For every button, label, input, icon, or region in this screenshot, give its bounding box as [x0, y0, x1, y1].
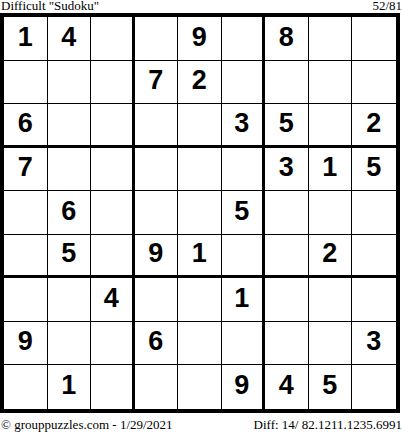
cell-r2c9-empty[interactable] — [352, 61, 396, 105]
cell-r5c8-empty[interactable] — [309, 191, 353, 235]
cell-r6c1-empty[interactable] — [4, 235, 48, 279]
cell-r6c9-empty[interactable] — [352, 235, 396, 279]
cell-r5c1-empty[interactable] — [4, 191, 48, 235]
cell-r6c4-given[interactable]: 9 — [135, 235, 179, 279]
cell-r1c1-given[interactable]: 1 — [4, 17, 48, 61]
cell-r9c4-empty[interactable] — [135, 365, 179, 409]
cell-r3c6-given[interactable]: 3 — [222, 104, 266, 148]
cell-r2c4-given[interactable]: 7 — [135, 61, 179, 105]
cell-r9c6-given[interactable]: 9 — [222, 365, 266, 409]
cell-r8c6-empty[interactable] — [222, 322, 266, 366]
cell-r8c9-given[interactable]: 3 — [352, 322, 396, 366]
cell-r6c6-empty[interactable] — [222, 235, 266, 279]
cell-r3c1-given[interactable]: 6 — [4, 104, 48, 148]
copyright-text: © grouppuzzles.com - 1/29/2021 — [1, 418, 173, 432]
cell-r9c1-empty[interactable] — [4, 365, 48, 409]
cell-r3c2-empty[interactable] — [48, 104, 92, 148]
cell-r2c3-empty[interactable] — [91, 61, 135, 105]
cell-r7c5-empty[interactable] — [178, 278, 222, 322]
cell-r4c2-empty[interactable] — [48, 148, 92, 192]
cell-r4c6-empty[interactable] — [222, 148, 266, 192]
cell-r8c4-given[interactable]: 6 — [135, 322, 179, 366]
cell-r6c3-empty[interactable] — [91, 235, 135, 279]
cell-r7c1-empty[interactable] — [4, 278, 48, 322]
cell-r2c7-empty[interactable] — [265, 61, 309, 105]
cell-r9c3-empty[interactable] — [91, 365, 135, 409]
cell-r6c7-empty[interactable] — [265, 235, 309, 279]
cell-r9c8-given[interactable]: 5 — [309, 365, 353, 409]
difficulty-text: Diff: 14/ 82.1211.1235.6991 — [254, 418, 402, 432]
cell-r5c6-given[interactable]: 5 — [222, 191, 266, 235]
empty-cell-counter: 52/81 — [372, 0, 402, 12]
cell-r3c7-given[interactable]: 5 — [265, 104, 309, 148]
cell-r9c7-given[interactable]: 4 — [265, 365, 309, 409]
cell-r4c3-empty[interactable] — [91, 148, 135, 192]
cell-r1c9-empty[interactable] — [352, 17, 396, 61]
cell-r6c5-given[interactable]: 1 — [178, 235, 222, 279]
cell-r5c7-empty[interactable] — [265, 191, 309, 235]
cell-r1c8-empty[interactable] — [309, 17, 353, 61]
cell-r7c4-empty[interactable] — [135, 278, 179, 322]
cell-r9c2-given[interactable]: 1 — [48, 365, 92, 409]
cell-r1c6-empty[interactable] — [222, 17, 266, 61]
cell-r7c9-empty[interactable] — [352, 278, 396, 322]
cell-r8c7-empty[interactable] — [265, 322, 309, 366]
cell-r3c3-empty[interactable] — [91, 104, 135, 148]
cell-r5c9-empty[interactable] — [352, 191, 396, 235]
cell-r4c7-given[interactable]: 3 — [265, 148, 309, 192]
cell-r3c4-empty[interactable] — [135, 104, 179, 148]
cell-r8c2-empty[interactable] — [48, 322, 92, 366]
cell-r7c3-given[interactable]: 4 — [91, 278, 135, 322]
cell-r4c1-given[interactable]: 7 — [4, 148, 48, 192]
cell-r1c5-given[interactable]: 9 — [178, 17, 222, 61]
puzzle-title: Difficult "Sudoku" — [1, 0, 99, 12]
cell-r7c6-given[interactable]: 1 — [222, 278, 266, 322]
cell-r5c3-empty[interactable] — [91, 191, 135, 235]
cell-r7c7-empty[interactable] — [265, 278, 309, 322]
cell-r6c2-given[interactable]: 5 — [48, 235, 92, 279]
cell-r9c9-empty[interactable] — [352, 365, 396, 409]
page-footer: © grouppuzzles.com - 1/29/2021 Diff: 14/… — [0, 418, 402, 432]
cell-r1c4-empty[interactable] — [135, 17, 179, 61]
cell-r3c5-empty[interactable] — [178, 104, 222, 148]
cell-r4c8-given[interactable]: 1 — [309, 148, 353, 192]
sudoku-grid: 14987263527315655912419631945 — [0, 13, 400, 413]
cell-r1c3-empty[interactable] — [91, 17, 135, 61]
cell-r3c9-given[interactable]: 2 — [352, 104, 396, 148]
cell-r5c2-given[interactable]: 6 — [48, 191, 92, 235]
cell-r9c5-empty[interactable] — [178, 365, 222, 409]
cell-r1c7-given[interactable]: 8 — [265, 17, 309, 61]
cell-r4c9-given[interactable]: 5 — [352, 148, 396, 192]
cell-r8c3-empty[interactable] — [91, 322, 135, 366]
cell-r7c8-empty[interactable] — [309, 278, 353, 322]
cell-r7c2-empty[interactable] — [48, 278, 92, 322]
cell-r5c4-empty[interactable] — [135, 191, 179, 235]
cell-r4c4-empty[interactable] — [135, 148, 179, 192]
cell-r1c2-given[interactable]: 4 — [48, 17, 92, 61]
cell-r6c8-given[interactable]: 2 — [309, 235, 353, 279]
cell-r8c5-empty[interactable] — [178, 322, 222, 366]
sudoku-page: Difficult "Sudoku" 52/81 149872635273156… — [0, 0, 402, 432]
cell-r4c5-empty[interactable] — [178, 148, 222, 192]
cell-r8c8-empty[interactable] — [309, 322, 353, 366]
cell-r2c1-empty[interactable] — [4, 61, 48, 105]
cell-r2c2-empty[interactable] — [48, 61, 92, 105]
cell-r8c1-given[interactable]: 9 — [4, 322, 48, 366]
cell-r2c6-empty[interactable] — [222, 61, 266, 105]
cell-r2c8-empty[interactable] — [309, 61, 353, 105]
cell-r5c5-empty[interactable] — [178, 191, 222, 235]
page-header: Difficult "Sudoku" 52/81 — [0, 0, 402, 13]
cell-r2c5-given[interactable]: 2 — [178, 61, 222, 105]
cell-r3c8-empty[interactable] — [309, 104, 353, 148]
